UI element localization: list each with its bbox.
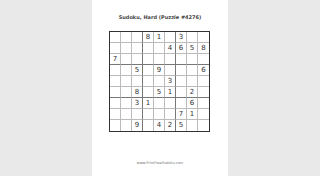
sudoku-cell-r2c3-empty bbox=[132, 43, 143, 54]
sudoku-cell-r8c4-empty bbox=[143, 109, 154, 120]
sudoku-cell-r5c5-empty bbox=[154, 76, 165, 87]
sudoku-cell-r3c2-empty bbox=[121, 54, 132, 65]
sudoku-cell-r9c8-empty bbox=[187, 120, 198, 131]
sudoku-cell-r5c6-given: 3 bbox=[165, 76, 176, 87]
sudoku-cell-r8c8-given: 1 bbox=[187, 109, 198, 120]
sudoku-cell-r4c4-empty bbox=[143, 65, 154, 76]
sudoku-cell-r4c2-empty bbox=[121, 65, 132, 76]
sudoku-cell-r1c4-given: 8 bbox=[143, 32, 154, 43]
sudoku-cell-r2c1-empty bbox=[110, 43, 121, 54]
sudoku-cell-r6c1-empty bbox=[110, 87, 121, 98]
sudoku-cell-r7c5-empty bbox=[154, 98, 165, 109]
sudoku-cell-r9c5-given: 4 bbox=[154, 120, 165, 131]
page-title: Sudoku, Hard (Puzzle #4276) bbox=[92, 14, 228, 21]
sudoku-cell-r4c1-empty bbox=[110, 65, 121, 76]
sudoku-cell-r9c2-empty bbox=[121, 120, 132, 131]
sudoku-cell-r5c3-empty bbox=[132, 76, 143, 87]
sudoku-cell-r3c5-empty bbox=[154, 54, 165, 65]
sudoku-cell-r1c8-empty bbox=[187, 32, 198, 43]
sudoku-cell-r7c7-empty bbox=[176, 98, 187, 109]
sudoku-cell-r3c4-empty bbox=[143, 54, 154, 65]
sudoku-cell-r2c7-given: 6 bbox=[176, 43, 187, 54]
sudoku-cell-r7c2-empty bbox=[121, 98, 132, 109]
sudoku-cell-r7c4-given: 1 bbox=[143, 98, 154, 109]
sudoku-cell-r9c9-empty bbox=[198, 120, 209, 131]
sudoku-cell-r9c1-empty bbox=[110, 120, 121, 131]
sudoku-cell-r2c2-empty bbox=[121, 43, 132, 54]
sudoku-cell-r6c3-given: 8 bbox=[132, 87, 143, 98]
sudoku-cell-r5c1-empty bbox=[110, 76, 121, 87]
sudoku-cell-r9c4-empty bbox=[143, 120, 154, 131]
sudoku-cell-r4c7-empty bbox=[176, 65, 187, 76]
sudoku-cell-r6c4-empty bbox=[143, 87, 154, 98]
sudoku-cell-r1c9-empty bbox=[198, 32, 209, 43]
sudoku-cell-r3c6-empty bbox=[165, 54, 176, 65]
sudoku-cell-r3c7-empty bbox=[176, 54, 187, 65]
sudoku-cell-r6c7-empty bbox=[176, 87, 187, 98]
sudoku-cell-r4c5-given: 9 bbox=[154, 65, 165, 76]
sudoku-cell-r3c3-empty bbox=[132, 54, 143, 65]
sudoku-cell-r8c2-empty bbox=[121, 109, 132, 120]
sudoku-cell-r5c4-empty bbox=[143, 76, 154, 87]
sudoku-cell-r2c5-empty bbox=[154, 43, 165, 54]
sudoku-cell-r2c8-given: 5 bbox=[187, 43, 198, 54]
sudoku-board: 8134658759638512316719425 bbox=[109, 31, 210, 132]
sudoku-cell-r4c9-given: 6 bbox=[198, 65, 209, 76]
sudoku-cell-r6c8-given: 2 bbox=[187, 87, 198, 98]
sudoku-cell-r6c9-empty bbox=[198, 87, 209, 98]
sudoku-cell-r4c6-empty bbox=[165, 65, 176, 76]
sudoku-cell-r8c6-empty bbox=[165, 109, 176, 120]
sudoku-cell-r7c9-empty bbox=[198, 98, 209, 109]
sudoku-cell-r4c8-empty bbox=[187, 65, 198, 76]
sudoku-cell-r8c5-empty bbox=[154, 109, 165, 120]
sudoku-cell-r3c8-empty bbox=[187, 54, 198, 65]
sudoku-cell-r2c4-empty bbox=[143, 43, 154, 54]
sudoku-cell-r1c3-empty bbox=[132, 32, 143, 43]
sudoku-sheet: Sudoku, Hard (Puzzle #4276) 813465875963… bbox=[92, 0, 228, 176]
sudoku-cell-r2c9-given: 8 bbox=[198, 43, 209, 54]
sudoku-cell-r1c1-empty bbox=[110, 32, 121, 43]
sudoku-cell-r3c9-empty bbox=[198, 54, 209, 65]
sudoku-cell-r9c7-given: 5 bbox=[176, 120, 187, 131]
sudoku-cell-r6c2-empty bbox=[121, 87, 132, 98]
sudoku-cell-r5c8-empty bbox=[187, 76, 198, 87]
footer-url: www.PrintFreeSudoku.com bbox=[92, 161, 228, 166]
sudoku-cell-r6c5-given: 5 bbox=[154, 87, 165, 98]
sudoku-cell-r7c8-given: 6 bbox=[187, 98, 198, 109]
sudoku-cell-r4c3-given: 5 bbox=[132, 65, 143, 76]
sudoku-cell-r8c3-empty bbox=[132, 109, 143, 120]
sudoku-cell-r3c1-given: 7 bbox=[110, 54, 121, 65]
sudoku-cell-r9c6-given: 2 bbox=[165, 120, 176, 131]
sudoku-cell-r8c1-empty bbox=[110, 109, 121, 120]
sudoku-cell-r7c6-empty bbox=[165, 98, 176, 109]
sudoku-cell-r1c7-given: 3 bbox=[176, 32, 187, 43]
sudoku-cell-r1c5-given: 1 bbox=[154, 32, 165, 43]
sudoku-cell-r1c2-empty bbox=[121, 32, 132, 43]
sudoku-cell-r7c3-given: 3 bbox=[132, 98, 143, 109]
sudoku-cell-r5c7-empty bbox=[176, 76, 187, 87]
sudoku-cell-r7c1-empty bbox=[110, 98, 121, 109]
sudoku-cell-r2c6-given: 4 bbox=[165, 43, 176, 54]
sudoku-cell-r5c9-empty bbox=[198, 76, 209, 87]
sudoku-cell-r5c2-empty bbox=[121, 76, 132, 87]
sudoku-cell-r9c3-given: 9 bbox=[132, 120, 143, 131]
sudoku-cell-r6c6-given: 1 bbox=[165, 87, 176, 98]
sudoku-cell-r8c7-given: 7 bbox=[176, 109, 187, 120]
sudoku-cell-r1c6-empty bbox=[165, 32, 176, 43]
sudoku-cell-r8c9-empty bbox=[198, 109, 209, 120]
